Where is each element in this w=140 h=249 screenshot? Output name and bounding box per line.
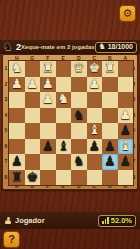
square-d2[interactable] <box>71 77 87 93</box>
piece-bB-e6: ♝ <box>57 138 69 154</box>
square-e6[interactable]: ♝ <box>56 139 72 155</box>
piece-wK-c1: ♚ <box>88 60 100 76</box>
square-f8[interactable] <box>40 170 56 186</box>
piece-wP-f2: ♟ <box>42 76 54 92</box>
piece-wP-c2: ♟ <box>88 76 100 92</box>
square-g1[interactable] <box>25 61 41 77</box>
square-h3[interactable] <box>9 92 25 108</box>
square-f1[interactable]: ♜ <box>40 61 56 77</box>
piece-bN-d7: ♞ <box>73 153 85 169</box>
square-a7[interactable]: ♟ <box>118 154 134 170</box>
piece-bP-b7: ♟ <box>104 153 116 169</box>
square-d1[interactable]: ♛ <box>71 61 87 77</box>
square-c1[interactable]: ♚ <box>87 61 103 77</box>
player-bar: Jogador 52.0% <box>0 212 140 229</box>
chess-board: HGFEDCBA HGFEDCBA 12345678 12345678 ♞♜♛♚… <box>2 54 138 190</box>
square-e2[interactable] <box>56 77 72 93</box>
settings-gear-button[interactable]: ⚙ <box>119 5 136 22</box>
success-rate-value: 52.0% <box>111 216 132 225</box>
square-g6[interactable] <box>25 139 41 155</box>
player-name: Jogador <box>15 216 98 225</box>
square-g3[interactable] <box>25 92 41 108</box>
app-screen: ⚙ ♞ 2 Xeque-mate em 2 jogadas ♞ 18/1000 … <box>0 0 140 249</box>
square-g8[interactable]: ♚ <box>25 170 41 186</box>
board-grid: ♞♜♛♚♜♟♟♟♟♟♞♞♟♝♟♟♝♟♟♝♟♞♟♟♜♚ <box>9 61 133 185</box>
square-c4[interactable] <box>87 108 103 124</box>
square-c7[interactable] <box>87 154 103 170</box>
square-e7[interactable] <box>56 154 72 170</box>
moves-knight-icon: ♞ <box>3 40 13 54</box>
piece-bP-a7: ♟ <box>119 153 131 169</box>
square-b3[interactable] <box>102 92 118 108</box>
square-h2[interactable]: ♟ <box>9 77 25 93</box>
piece-wP-f3: ♟ <box>42 91 54 107</box>
square-c3[interactable] <box>87 92 103 108</box>
piece-wP-h2: ♟ <box>11 76 23 92</box>
question-icon: ? <box>8 233 15 245</box>
square-g2[interactable]: ♟ <box>25 77 41 93</box>
square-a2[interactable] <box>118 77 134 93</box>
piece-bK-g8: ♚ <box>26 169 38 185</box>
square-f4[interactable] <box>40 108 56 124</box>
square-g5[interactable] <box>25 123 41 139</box>
square-e8[interactable] <box>56 170 72 186</box>
piece-wR-f1: ♜ <box>42 60 54 76</box>
square-f5[interactable] <box>40 123 56 139</box>
square-c2[interactable]: ♟ <box>87 77 103 93</box>
square-c8[interactable] <box>87 170 103 186</box>
piece-bN-d4: ♞ <box>73 107 85 123</box>
square-e3[interactable]: ♞ <box>56 92 72 108</box>
square-h7[interactable]: ♟ <box>9 154 25 170</box>
success-rate-badge: 52.0% <box>98 215 136 227</box>
square-a1[interactable] <box>118 61 134 77</box>
square-h1[interactable]: ♞ <box>9 61 25 77</box>
square-a3[interactable] <box>118 92 134 108</box>
square-d8[interactable] <box>71 170 87 186</box>
piece-bP-c6: ♟ <box>88 138 100 154</box>
square-d7[interactable]: ♞ <box>71 154 87 170</box>
square-b8[interactable] <box>102 170 118 186</box>
piece-bP-b6: ♟ <box>104 138 116 154</box>
square-f3[interactable]: ♟ <box>40 92 56 108</box>
gear-icon: ⚙ <box>123 7 133 20</box>
square-a8[interactable] <box>118 170 134 186</box>
square-d6[interactable] <box>71 139 87 155</box>
square-c5[interactable]: ♝ <box>87 123 103 139</box>
puzzle-progress-count: 18/1000 <box>108 42 133 52</box>
piece-bP-f6: ♟ <box>42 138 54 154</box>
puzzle-subtitle: Xeque-mate em 2 jogadas <box>21 44 95 50</box>
square-d4[interactable]: ♞ <box>71 108 87 124</box>
square-a6[interactable]: ♝ <box>118 139 134 155</box>
piece-wP-g2: ♟ <box>26 76 38 92</box>
piece-wN-e3: ♞ <box>57 91 69 107</box>
puzzle-progress-badge: ♞ 18/1000 <box>95 42 137 53</box>
square-g7[interactable] <box>25 154 41 170</box>
piece-wB-c5: ♝ <box>88 122 100 138</box>
square-e4[interactable] <box>56 108 72 124</box>
square-e5[interactable] <box>56 123 72 139</box>
square-b4[interactable] <box>102 108 118 124</box>
square-h6[interactable] <box>9 139 25 155</box>
piece-bP-a5: ♟ <box>119 122 131 138</box>
square-h5[interactable] <box>9 123 25 139</box>
square-g4[interactable] <box>25 108 41 124</box>
square-d5[interactable] <box>71 123 87 139</box>
stats-bars-icon <box>102 217 109 224</box>
player-icon <box>4 217 12 225</box>
badge-knight-icon: ♞ <box>99 42 106 52</box>
piece-bP-h7: ♟ <box>11 153 23 169</box>
piece-wR-b1: ♜ <box>104 60 116 76</box>
square-f2[interactable]: ♟ <box>40 77 56 93</box>
piece-wQ-d1: ♛ <box>73 60 85 76</box>
square-a5[interactable]: ♟ <box>118 123 134 139</box>
piece-wB-a6: ♝ <box>119 138 131 154</box>
square-b7[interactable]: ♟ <box>102 154 118 170</box>
square-b6[interactable]: ♟ <box>102 139 118 155</box>
square-a4[interactable]: ♟ <box>118 108 134 124</box>
hint-button[interactable]: ? <box>3 231 20 248</box>
square-b5[interactable] <box>102 123 118 139</box>
square-c6[interactable]: ♟ <box>87 139 103 155</box>
piece-wN-h1: ♞ <box>11 60 23 76</box>
square-h8[interactable]: ♜ <box>9 170 25 186</box>
square-f7[interactable] <box>40 154 56 170</box>
square-d3[interactable] <box>71 92 87 108</box>
piece-bR-h8: ♜ <box>11 169 23 185</box>
square-f6[interactable]: ♟ <box>40 139 56 155</box>
piece-wP-a4: ♟ <box>119 107 131 123</box>
square-e1[interactable] <box>56 61 72 77</box>
square-h4[interactable] <box>9 108 25 124</box>
square-b1[interactable]: ♜ <box>102 61 118 77</box>
puzzle-info-bar: ♞ 2 Xeque-mate em 2 jogadas ♞ 18/1000 <box>0 40 140 54</box>
square-b2[interactable] <box>102 77 118 93</box>
